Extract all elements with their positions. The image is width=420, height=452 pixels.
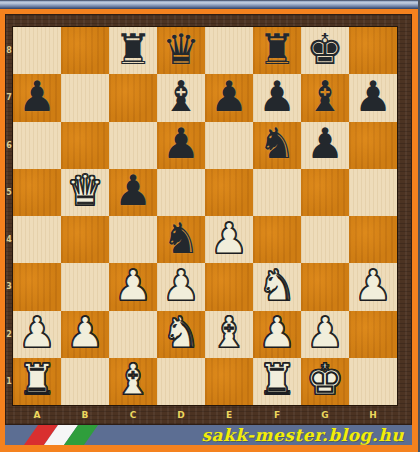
white-king: ♚ [306,359,344,401]
board: ♜♛♜♚♟♝♟♟♝♟♟♞♟♛♟♞♟♟♟♞♟♟♟♞♝♟♟♜♝♜♚ [13,27,397,405]
black-rook: ♜ [114,29,152,71]
square-a3 [13,263,61,310]
black-pawn: ♟ [18,76,56,118]
square-g2: ♟ [301,311,349,358]
square-e8 [205,27,253,74]
square-b3 [61,263,109,310]
square-b6 [61,122,109,169]
file-label-d: D [157,405,205,424]
square-h1 [349,358,397,405]
white-knight: ♞ [162,312,200,354]
square-d2: ♞ [157,311,205,358]
black-pawn: ♟ [258,76,296,118]
square-b4 [61,216,109,263]
black-bishop: ♝ [306,76,344,118]
square-e2: ♝ [205,311,253,358]
square-f5 [253,169,301,216]
square-b2: ♟ [61,311,109,358]
square-h6 [349,122,397,169]
square-f2: ♟ [253,311,301,358]
square-a1: ♜ [13,358,61,405]
square-d3: ♟ [157,263,205,310]
white-pawn: ♟ [18,312,56,354]
white-queen: ♛ [66,170,104,212]
square-d7: ♝ [157,74,205,121]
square-d6: ♟ [157,122,205,169]
square-c6 [109,122,157,169]
rank-label-6: 6 [5,122,13,169]
square-c1: ♝ [109,358,157,405]
square-c2 [109,311,157,358]
square-e3 [205,263,253,310]
hungarian-flag-icon [21,425,101,445]
square-g4 [301,216,349,263]
rank-label-5: 5 [5,169,13,216]
white-pawn: ♟ [114,265,152,307]
square-c3: ♟ [109,263,157,310]
square-a5 [13,169,61,216]
file-label-a: A [13,405,61,424]
black-knight: ♞ [162,218,200,260]
black-queen: ♛ [162,29,200,71]
rank-label-8: 8 [5,27,13,74]
white-pawn: ♟ [210,218,248,260]
file-label-e: E [205,405,253,424]
black-knight: ♞ [258,123,296,165]
square-f6: ♞ [253,122,301,169]
square-a4 [13,216,61,263]
square-g7: ♝ [301,74,349,121]
square-b5: ♛ [61,169,109,216]
file-labels: ABCDEFGH [13,405,397,424]
white-rook: ♜ [258,359,296,401]
file-label-c: C [109,405,157,424]
square-a7: ♟ [13,74,61,121]
site-url[interactable]: sakk-mester.blog.hu [201,425,404,445]
square-d1 [157,358,205,405]
square-e7: ♟ [205,74,253,121]
square-c4 [109,216,157,263]
square-d8: ♛ [157,27,205,74]
square-f4 [253,216,301,263]
white-pawn: ♟ [66,312,104,354]
white-pawn: ♟ [162,265,200,307]
rank-label-2: 2 [5,311,13,358]
black-pawn: ♟ [210,76,248,118]
square-g8: ♚ [301,27,349,74]
black-pawn: ♟ [162,123,200,165]
square-b1 [61,358,109,405]
square-f3: ♞ [253,263,301,310]
rank-labels: 87654321 [5,27,13,405]
white-bishop: ♝ [114,359,152,401]
square-b8 [61,27,109,74]
square-h4 [349,216,397,263]
square-h7: ♟ [349,74,397,121]
square-g3 [301,263,349,310]
square-b7 [61,74,109,121]
black-king: ♚ [306,29,344,71]
black-pawn: ♟ [114,170,152,212]
square-g6: ♟ [301,122,349,169]
black-pawn: ♟ [354,76,392,118]
white-knight: ♞ [258,265,296,307]
rank-label-7: 7 [5,74,13,121]
square-f1: ♜ [253,358,301,405]
square-c8: ♜ [109,27,157,74]
square-h5 [349,169,397,216]
white-pawn: ♟ [354,265,392,307]
square-h3: ♟ [349,263,397,310]
rank-label-3: 3 [5,263,13,310]
white-pawn: ♟ [258,312,296,354]
square-e6 [205,122,253,169]
square-a8 [13,27,61,74]
square-c7 [109,74,157,121]
rank-label-1: 1 [5,358,13,405]
square-f7: ♟ [253,74,301,121]
file-label-g: G [301,405,349,424]
white-bishop: ♝ [210,312,248,354]
square-e5 [205,169,253,216]
file-label-h: H [349,405,397,424]
black-pawn: ♟ [306,123,344,165]
white-rook: ♜ [18,359,56,401]
rank-label-4: 4 [5,216,13,263]
square-f8: ♜ [253,27,301,74]
square-h2 [349,311,397,358]
black-rook: ♜ [258,29,296,71]
square-a6 [13,122,61,169]
square-d4: ♞ [157,216,205,263]
square-e4: ♟ [205,216,253,263]
square-a2: ♟ [13,311,61,358]
black-bishop: ♝ [162,76,200,118]
window-titlebar-fragment [0,0,420,9]
file-label-b: B [61,405,109,424]
square-e1 [205,358,253,405]
square-d5 [157,169,205,216]
white-pawn: ♟ [306,312,344,354]
footer-banner: sakk-mester.blog.hu [5,425,412,445]
square-c5: ♟ [109,169,157,216]
square-h8 [349,27,397,74]
chess-diagram-screen: ♜♛♜♚♟♝♟♟♝♟♟♞♟♛♟♞♟♟♟♞♟♟♟♞♝♟♟♜♝♜♚ 87654321… [0,0,420,452]
square-g5 [301,169,349,216]
square-g1: ♚ [301,358,349,405]
file-label-f: F [253,405,301,424]
